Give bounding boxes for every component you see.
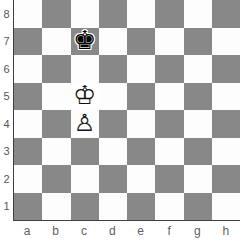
square-d4[interactable] — [99, 110, 127, 138]
square-e2[interactable] — [127, 165, 155, 193]
square-h7[interactable] — [212, 28, 240, 56]
square-b2[interactable] — [42, 165, 70, 193]
square-b3[interactable] — [42, 138, 70, 166]
square-d3[interactable] — [99, 138, 127, 166]
chess-diagram: 87654321 ♚♔♙ abcdefgh — [0, 0, 240, 240]
square-c5[interactable]: ♔ — [71, 83, 99, 111]
square-d5[interactable] — [99, 83, 127, 111]
square-e8[interactable] — [127, 0, 155, 28]
square-a8[interactable] — [14, 0, 42, 28]
rank-label-8: 8 — [0, 0, 13, 28]
square-h8[interactable] — [212, 0, 240, 28]
square-g8[interactable] — [184, 0, 212, 28]
black-king-piece[interactable]: ♚ — [73, 27, 96, 53]
square-g6[interactable] — [184, 55, 212, 83]
rank-label-6: 6 — [0, 55, 13, 83]
square-h2[interactable] — [212, 165, 240, 193]
white-pawn-piece[interactable]: ♙ — [74, 111, 96, 135]
square-a3[interactable] — [14, 138, 42, 166]
square-e4[interactable] — [127, 110, 155, 138]
square-d2[interactable] — [99, 165, 127, 193]
rank-label-7: 7 — [0, 28, 13, 56]
square-h3[interactable] — [212, 138, 240, 166]
square-a5[interactable] — [14, 83, 42, 111]
square-g1[interactable] — [184, 193, 212, 221]
square-b6[interactable] — [42, 55, 70, 83]
rank-label-3: 3 — [0, 138, 13, 166]
file-label-f: f — [155, 221, 183, 240]
square-f5[interactable] — [155, 83, 183, 111]
square-d1[interactable] — [99, 193, 127, 221]
square-d6[interactable] — [99, 55, 127, 83]
white-king-piece[interactable]: ♔ — [73, 82, 96, 108]
square-a6[interactable] — [14, 55, 42, 83]
square-e3[interactable] — [127, 138, 155, 166]
square-a4[interactable] — [14, 110, 42, 138]
square-e5[interactable] — [127, 83, 155, 111]
square-b5[interactable] — [42, 83, 70, 111]
square-g2[interactable] — [184, 165, 212, 193]
file-label-b: b — [41, 221, 69, 240]
square-g4[interactable] — [184, 110, 212, 138]
square-a2[interactable] — [14, 165, 42, 193]
square-f3[interactable] — [155, 138, 183, 166]
square-g3[interactable] — [184, 138, 212, 166]
square-a1[interactable] — [14, 193, 42, 221]
square-c1[interactable] — [71, 193, 99, 221]
square-h4[interactable] — [212, 110, 240, 138]
square-f4[interactable] — [155, 110, 183, 138]
square-h1[interactable] — [212, 193, 240, 221]
square-c2[interactable] — [71, 165, 99, 193]
file-label-a: a — [13, 221, 41, 240]
square-e7[interactable] — [127, 28, 155, 56]
square-e1[interactable] — [127, 193, 155, 221]
square-g7[interactable] — [184, 28, 212, 56]
square-c8[interactable] — [71, 0, 99, 28]
square-b8[interactable] — [42, 0, 70, 28]
file-label-d: d — [98, 221, 126, 240]
rank-label-4: 4 — [0, 110, 13, 138]
square-c7[interactable]: ♚ — [71, 28, 99, 56]
square-h5[interactable] — [212, 83, 240, 111]
square-d8[interactable] — [99, 0, 127, 28]
rank-label-1: 1 — [0, 193, 13, 221]
chess-board: ♚♔♙ — [13, 0, 240, 221]
square-c3[interactable] — [71, 138, 99, 166]
square-b7[interactable] — [42, 28, 70, 56]
square-f1[interactable] — [155, 193, 183, 221]
file-label-g: g — [183, 221, 211, 240]
square-h6[interactable] — [212, 55, 240, 83]
square-f7[interactable] — [155, 28, 183, 56]
square-f2[interactable] — [155, 165, 183, 193]
square-g5[interactable] — [184, 83, 212, 111]
square-f6[interactable] — [155, 55, 183, 83]
square-b1[interactable] — [42, 193, 70, 221]
file-labels: abcdefgh — [13, 221, 240, 240]
file-label-e: e — [127, 221, 155, 240]
rank-label-2: 2 — [0, 165, 13, 193]
square-d7[interactable] — [99, 28, 127, 56]
square-c4[interactable]: ♙ — [71, 110, 99, 138]
file-label-c: c — [70, 221, 98, 240]
square-e6[interactable] — [127, 55, 155, 83]
square-c6[interactable] — [71, 55, 99, 83]
rank-labels: 87654321 — [0, 0, 13, 220]
square-b4[interactable] — [42, 110, 70, 138]
rank-label-5: 5 — [0, 83, 13, 111]
square-a7[interactable] — [14, 28, 42, 56]
file-label-h: h — [212, 221, 240, 240]
square-f8[interactable] — [155, 0, 183, 28]
